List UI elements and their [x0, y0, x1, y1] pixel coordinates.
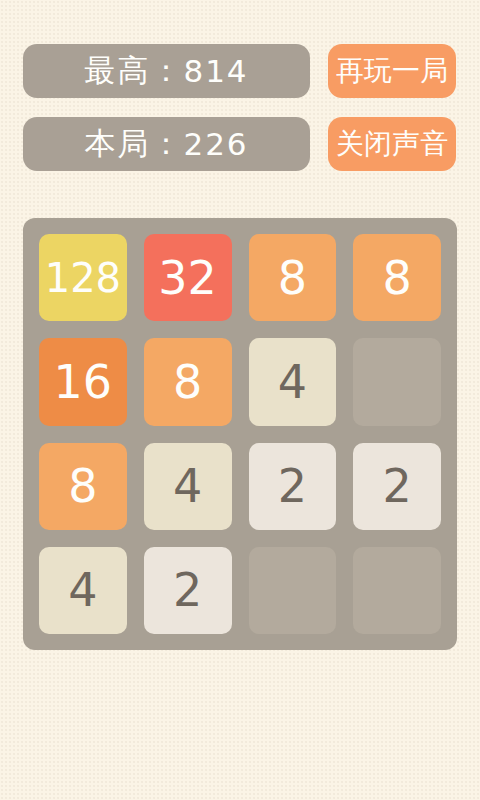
tile-4: 4: [144, 443, 232, 530]
page-background: { "game": "2048", "position": { "rows": …: [0, 0, 480, 800]
tile-8: 8: [39, 443, 127, 530]
restart-button[interactable]: 再玩一局: [328, 44, 456, 98]
tile-4: 4: [39, 547, 127, 634]
tile-2: 2: [144, 547, 232, 634]
tile-2: 2: [353, 443, 441, 530]
current-score-panel: 本局：226: [23, 117, 310, 171]
board[interactable]: 12832881684842242: [23, 218, 457, 650]
tile-16: 16: [39, 338, 127, 425]
empty-cell: [249, 547, 337, 634]
best-score-value: 814: [183, 53, 248, 89]
tile-128: 128: [39, 234, 127, 321]
tile-8: 8: [249, 234, 337, 321]
current-score-label: 本局：: [84, 123, 183, 165]
restart-button-label: 再玩一局: [336, 52, 448, 90]
sound-toggle-button-label: 关闭声音: [336, 125, 448, 163]
empty-cell: [353, 547, 441, 634]
best-score-panel: 最高：814: [23, 44, 310, 98]
tile-2: 2: [249, 443, 337, 530]
current-score-value: 226: [183, 126, 248, 162]
empty-cell: [353, 338, 441, 425]
sound-toggle-button[interactable]: 关闭声音: [328, 117, 456, 171]
tile-8: 8: [144, 338, 232, 425]
tile-4: 4: [249, 338, 337, 425]
best-score-label: 最高：: [84, 50, 183, 92]
tile-32: 32: [144, 234, 232, 321]
tile-8: 8: [353, 234, 441, 321]
